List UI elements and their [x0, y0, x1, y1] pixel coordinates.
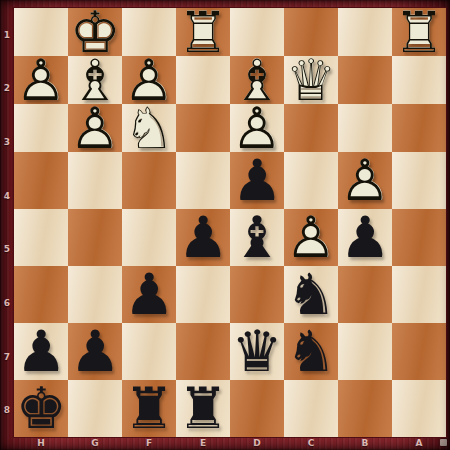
square-g3[interactable]: ♟♙ — [68, 104, 122, 152]
square-f7[interactable] — [122, 323, 176, 380]
square-f5[interactable] — [122, 209, 176, 266]
square-c7[interactable]: ♞ — [284, 323, 338, 380]
square-g5[interactable] — [68, 209, 122, 266]
file-label-A: A — [416, 438, 423, 448]
square-d4[interactable]: ♟ — [230, 152, 284, 209]
rank-label-5: 5 — [0, 244, 14, 254]
rank-label-7: 7 — [0, 352, 14, 362]
black-knight-icon: ♞ — [284, 266, 338, 323]
square-d5[interactable]: ♝ — [230, 209, 284, 266]
square-b1[interactable] — [338, 8, 392, 56]
square-b6[interactable] — [338, 266, 392, 323]
white-rook-icon: ♜♖ — [176, 8, 230, 56]
square-a3[interactable] — [392, 104, 446, 152]
square-g4[interactable] — [68, 152, 122, 209]
rank-label-2: 2 — [0, 83, 14, 93]
square-c3[interactable] — [284, 104, 338, 152]
file-label-G: G — [91, 438, 98, 448]
white-pawn-icon: ♟♙ — [338, 152, 392, 209]
square-h6[interactable] — [14, 266, 68, 323]
square-b7[interactable] — [338, 323, 392, 380]
square-c2[interactable]: ♛♕ — [284, 56, 338, 104]
square-b5[interactable]: ♟ — [338, 209, 392, 266]
rank-label-8: 8 — [0, 405, 14, 415]
square-e5[interactable]: ♟ — [176, 209, 230, 266]
square-e3[interactable] — [176, 104, 230, 152]
square-a5[interactable] — [392, 209, 446, 266]
square-g8[interactable] — [68, 380, 122, 437]
square-f6[interactable]: ♟ — [122, 266, 176, 323]
square-e2[interactable] — [176, 56, 230, 104]
square-c4[interactable] — [284, 152, 338, 209]
square-d3[interactable]: ♟♙ — [230, 104, 284, 152]
black-rook-icon: ♜ — [176, 380, 230, 437]
square-e6[interactable] — [176, 266, 230, 323]
black-pawn-icon: ♟ — [122, 266, 176, 323]
black-knight-icon: ♞ — [284, 323, 338, 380]
square-e4[interactable] — [176, 152, 230, 209]
white-pawn-icon: ♟♙ — [68, 104, 122, 152]
square-b8[interactable] — [338, 380, 392, 437]
black-rook-icon: ♜ — [122, 380, 176, 437]
white-pawn-icon: ♟♙ — [230, 104, 284, 152]
square-e8[interactable]: ♜ — [176, 380, 230, 437]
square-a8[interactable] — [392, 380, 446, 437]
rank-label-4: 4 — [0, 191, 14, 201]
square-c8[interactable] — [284, 380, 338, 437]
black-pawn-icon: ♟ — [176, 209, 230, 266]
white-pawn-icon: ♟♙ — [14, 56, 68, 104]
white-rook-icon: ♜♖ — [392, 8, 446, 56]
square-g6[interactable] — [68, 266, 122, 323]
black-king-icon: ♚ — [14, 380, 68, 437]
square-h3[interactable] — [14, 104, 68, 152]
black-pawn-icon: ♟ — [68, 323, 122, 380]
black-queen-icon: ♛ — [230, 323, 284, 380]
file-label-C: C — [308, 438, 315, 448]
square-e1[interactable]: ♜♖ — [176, 8, 230, 56]
file-label-E: E — [200, 438, 206, 448]
black-pawn-icon: ♟ — [338, 209, 392, 266]
square-b3[interactable] — [338, 104, 392, 152]
white-knight-icon: ♞♘ — [122, 104, 176, 152]
square-h4[interactable] — [14, 152, 68, 209]
square-a6[interactable] — [392, 266, 446, 323]
square-a7[interactable] — [392, 323, 446, 380]
rank-label-1: 1 — [0, 30, 14, 40]
rank-label-3: 3 — [0, 137, 14, 147]
black-pawn-icon: ♟ — [14, 323, 68, 380]
square-h7[interactable]: ♟ — [14, 323, 68, 380]
chess-board: ♚♔♜♖♜♖♟♙♝♗♟♙♝♗♛♕♟♙♞♘♟♙♟♟♙♟♝♟♙♟♟♞♟♟♛♞♚♜♜ — [14, 8, 446, 437]
square-b2[interactable] — [338, 56, 392, 104]
rank-label-6: 6 — [0, 298, 14, 308]
square-g7[interactable]: ♟ — [68, 323, 122, 380]
black-pawn-icon: ♟ — [230, 152, 284, 209]
square-b4[interactable]: ♟♙ — [338, 152, 392, 209]
square-f4[interactable] — [122, 152, 176, 209]
chess-board-frame: ♚♔♜♖♜♖♟♙♝♗♟♙♝♗♛♕♟♙♞♘♟♙♟♟♙♟♝♟♙♟♟♞♟♟♛♞♚♜♜ … — [0, 0, 450, 450]
square-d7[interactable]: ♛ — [230, 323, 284, 380]
square-c5[interactable]: ♟♙ — [284, 209, 338, 266]
square-h8[interactable]: ♚ — [14, 380, 68, 437]
file-label-D: D — [253, 438, 260, 448]
square-a2[interactable] — [392, 56, 446, 104]
square-c6[interactable]: ♞ — [284, 266, 338, 323]
file-label-F: F — [146, 438, 152, 448]
square-d6[interactable] — [230, 266, 284, 323]
white-queen-icon: ♛♕ — [284, 56, 338, 104]
square-f3[interactable]: ♞♘ — [122, 104, 176, 152]
file-label-B: B — [362, 438, 369, 448]
square-d8[interactable] — [230, 380, 284, 437]
square-h2[interactable]: ♟♙ — [14, 56, 68, 104]
square-a1[interactable]: ♜♖ — [392, 8, 446, 56]
corner-dot — [440, 439, 447, 446]
square-e7[interactable] — [176, 323, 230, 380]
square-a4[interactable] — [392, 152, 446, 209]
white-pawn-icon: ♟♙ — [284, 209, 338, 266]
square-h5[interactable] — [14, 209, 68, 266]
file-label-H: H — [37, 438, 45, 448]
square-f8[interactable]: ♜ — [122, 380, 176, 437]
black-bishop-icon: ♝ — [230, 209, 284, 266]
